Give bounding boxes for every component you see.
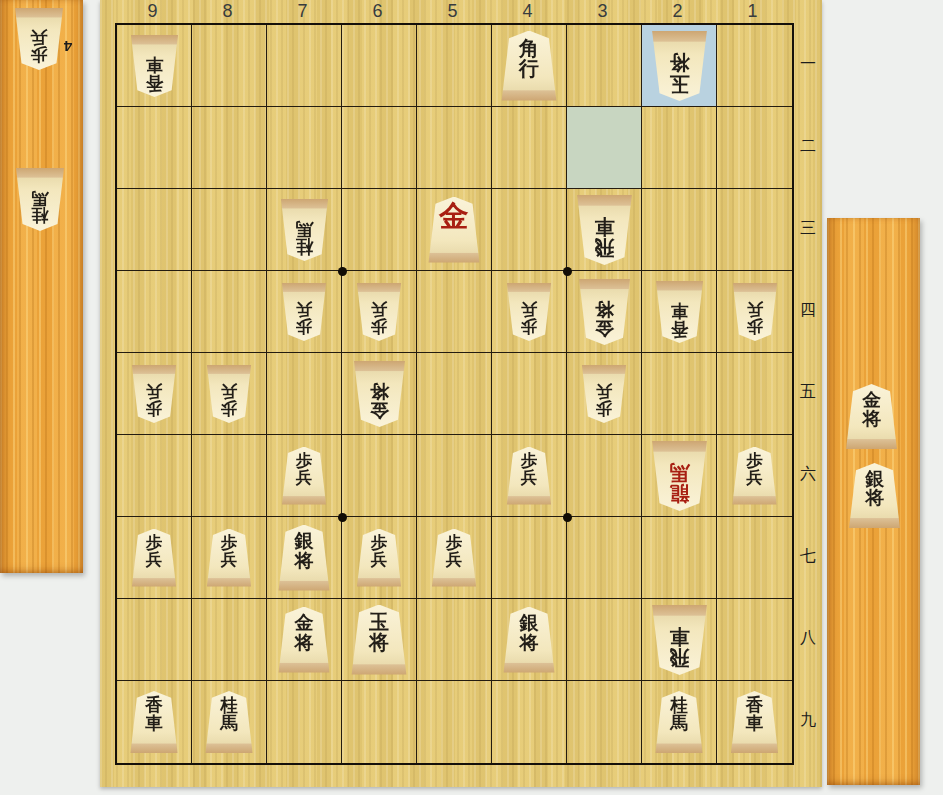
- square-7-3[interactable]: 桂馬: [267, 189, 342, 271]
- square-6-5[interactable]: 金将: [342, 353, 417, 435]
- piece-pawn[interactable]: 歩兵: [356, 283, 402, 341]
- square-7-4[interactable]: 歩兵: [267, 271, 342, 353]
- square-4-9[interactable]: [492, 681, 567, 763]
- rank-label-2: 二: [794, 105, 822, 187]
- rank-label-5: 五: [794, 351, 822, 433]
- square-3-2[interactable]: [567, 107, 642, 189]
- square-4-8[interactable]: 銀将: [492, 599, 567, 681]
- piece-pawn[interactable]: 歩兵: [431, 529, 477, 587]
- square-6-8[interactable]: 玉将: [342, 599, 417, 681]
- square-6-7[interactable]: 歩兵: [342, 517, 417, 599]
- square-5-7[interactable]: 歩兵: [417, 517, 492, 599]
- hand-piece-gold-sente[interactable]: 金将: [845, 384, 898, 449]
- piece-rook[interactable]: 飛車: [651, 605, 708, 675]
- piece-king[interactable]: 玉将: [351, 605, 408, 675]
- square-5-3[interactable]: 金: [417, 189, 492, 271]
- square-2-8[interactable]: 飛車: [642, 599, 717, 681]
- square-4-1[interactable]: 角行: [492, 25, 567, 107]
- piece-pawn[interactable]: 歩兵: [356, 529, 402, 587]
- square-4-4[interactable]: 歩兵: [492, 271, 567, 353]
- piece-gold[interactable]: 金将: [578, 279, 631, 345]
- piece-pawn[interactable]: 歩兵: [732, 283, 778, 341]
- file-label-3: 3: [565, 1, 640, 21]
- square-8-8[interactable]: [192, 599, 267, 681]
- square-5-9[interactable]: [417, 681, 492, 763]
- square-2-5[interactable]: [642, 353, 717, 435]
- hand-count-pawn: 4: [64, 38, 72, 55]
- square-9-3[interactable]: [117, 189, 192, 271]
- piece-lance[interactable]: 香車: [655, 281, 704, 343]
- app-background: 歩兵4桂馬 987654321 一二三四五六七八九 香車角行玉将桂馬金飛車歩兵歩…: [0, 0, 943, 795]
- star-point: [563, 513, 572, 522]
- square-4-6[interactable]: 歩兵: [492, 435, 567, 517]
- piece-knight[interactable]: 桂馬: [280, 199, 329, 261]
- square-2-6[interactable]: 龍馬: [642, 435, 717, 517]
- square-8-5[interactable]: 歩兵: [192, 353, 267, 435]
- square-7-1[interactable]: [267, 25, 342, 107]
- square-1-6[interactable]: 歩兵: [717, 435, 792, 517]
- square-9-5[interactable]: 歩兵: [117, 353, 192, 435]
- square-4-5[interactable]: [492, 353, 567, 435]
- square-8-4[interactable]: [192, 271, 267, 353]
- piece-lance[interactable]: 香車: [730, 691, 779, 753]
- star-point: [563, 267, 572, 276]
- square-9-7[interactable]: 歩兵: [117, 517, 192, 599]
- square-7-2[interactable]: [267, 107, 342, 189]
- file-label-4: 4: [490, 1, 565, 21]
- gote-captured-stand: 歩兵4桂馬: [0, 0, 83, 573]
- piece-promoted-bishop[interactable]: 龍馬: [651, 441, 708, 511]
- piece-pawn[interactable]: 歩兵: [506, 447, 552, 505]
- square-4-7[interactable]: [492, 517, 567, 599]
- rank-label-7: 七: [794, 515, 822, 597]
- hand-piece-knight-gote[interactable]: 桂馬: [15, 168, 65, 231]
- piece-pawn[interactable]: 歩兵: [281, 283, 327, 341]
- square-3-3[interactable]: 飛車: [567, 189, 642, 271]
- piece-knight[interactable]: 桂馬: [205, 691, 254, 753]
- square-9-9[interactable]: 香車: [117, 681, 192, 763]
- square-9-1[interactable]: 香車: [117, 25, 192, 107]
- rank-label-9: 九: [794, 679, 822, 761]
- file-label-5: 5: [415, 1, 490, 21]
- square-7-5[interactable]: [267, 353, 342, 435]
- shogi-board: 987654321 一二三四五六七八九 香車角行玉将桂馬金飛車歩兵歩兵歩兵金将香…: [100, 0, 822, 787]
- square-1-1[interactable]: [717, 25, 792, 107]
- square-7-9[interactable]: [267, 681, 342, 763]
- square-7-6[interactable]: 歩兵: [267, 435, 342, 517]
- square-3-6[interactable]: [567, 435, 642, 517]
- sente-captured-stand: 金将銀将: [827, 218, 920, 785]
- star-point: [338, 267, 347, 276]
- piece-pawn[interactable]: 歩兵: [281, 447, 327, 505]
- square-1-9[interactable]: 香車: [717, 681, 792, 763]
- square-4-2[interactable]: [492, 107, 567, 189]
- square-9-8[interactable]: [117, 599, 192, 681]
- square-3-4[interactable]: 金将: [567, 271, 642, 353]
- piece-knight[interactable]: 桂馬: [655, 691, 704, 753]
- piece-pawn[interactable]: 歩兵: [732, 447, 778, 505]
- square-5-1[interactable]: [417, 25, 492, 107]
- square-9-2[interactable]: [117, 107, 192, 189]
- piece-pawn[interactable]: 歩兵: [206, 365, 252, 423]
- rank-label-1: 一: [794, 23, 822, 105]
- piece-pawn[interactable]: 歩兵: [131, 365, 177, 423]
- rank-label-8: 八: [794, 597, 822, 679]
- piece-gold[interactable]: 金将: [278, 607, 331, 673]
- piece-rook[interactable]: 飛車: [576, 195, 633, 265]
- file-label-8: 8: [190, 1, 265, 21]
- piece-pawn[interactable]: 歩兵: [581, 365, 627, 423]
- square-2-9[interactable]: 桂馬: [642, 681, 717, 763]
- square-6-9[interactable]: [342, 681, 417, 763]
- square-7-7[interactable]: 銀将: [267, 517, 342, 599]
- square-3-8[interactable]: [567, 599, 642, 681]
- square-5-6[interactable]: [417, 435, 492, 517]
- square-8-2[interactable]: [192, 107, 267, 189]
- square-5-2[interactable]: [417, 107, 492, 189]
- square-3-9[interactable]: [567, 681, 642, 763]
- hand-piece-silver-sente[interactable]: 銀将: [848, 463, 901, 528]
- square-5-5[interactable]: [417, 353, 492, 435]
- square-3-5[interactable]: 歩兵: [567, 353, 642, 435]
- file-label-6: 6: [340, 1, 415, 21]
- square-9-4[interactable]: [117, 271, 192, 353]
- square-1-8[interactable]: [717, 599, 792, 681]
- square-1-3[interactable]: [717, 189, 792, 271]
- square-7-8[interactable]: 金将: [267, 599, 342, 681]
- square-4-3[interactable]: [492, 189, 567, 271]
- square-2-2[interactable]: [642, 107, 717, 189]
- square-6-2[interactable]: [342, 107, 417, 189]
- file-label-7: 7: [265, 1, 340, 21]
- square-1-2[interactable]: [717, 107, 792, 189]
- square-1-5[interactable]: [717, 353, 792, 435]
- square-8-3[interactable]: [192, 189, 267, 271]
- square-5-4[interactable]: [417, 271, 492, 353]
- file-label-1: 1: [715, 1, 790, 21]
- piece-pawn[interactable]: 歩兵: [506, 283, 552, 341]
- square-3-1[interactable]: [567, 25, 642, 107]
- hand-piece-pawn-gote[interactable]: 歩兵: [14, 8, 64, 70]
- file-label-9: 9: [115, 1, 190, 21]
- square-2-1[interactable]: 玉将: [642, 25, 717, 107]
- square-2-3[interactable]: [642, 189, 717, 271]
- piece-gold[interactable]: 金将: [353, 361, 406, 427]
- board-grid: 香車角行玉将桂馬金飛車歩兵歩兵歩兵金将香車歩兵歩兵歩兵金将歩兵歩兵歩兵龍馬歩兵歩…: [115, 23, 794, 765]
- square-6-3[interactable]: [342, 189, 417, 271]
- square-8-6[interactable]: [192, 435, 267, 517]
- square-3-7[interactable]: [567, 517, 642, 599]
- piece-lance[interactable]: 香車: [130, 691, 179, 753]
- square-1-7[interactable]: [717, 517, 792, 599]
- piece-pawn[interactable]: 歩兵: [206, 529, 252, 587]
- piece-silver[interactable]: 銀将: [503, 607, 556, 673]
- square-5-8[interactable]: [417, 599, 492, 681]
- piece-bishop[interactable]: 角行: [501, 31, 558, 101]
- piece-promoted-silver[interactable]: 金: [428, 197, 481, 263]
- piece-lance[interactable]: 香車: [130, 35, 179, 97]
- star-point: [338, 513, 347, 522]
- piece-silver[interactable]: 銀将: [278, 525, 331, 591]
- square-6-6[interactable]: [342, 435, 417, 517]
- square-6-1[interactable]: [342, 25, 417, 107]
- piece-pawn[interactable]: 歩兵: [131, 529, 177, 587]
- rank-label-6: 六: [794, 433, 822, 515]
- square-2-4[interactable]: 香車: [642, 271, 717, 353]
- square-1-4[interactable]: 歩兵: [717, 271, 792, 353]
- rank-label-3: 三: [794, 187, 822, 269]
- square-8-7[interactable]: 歩兵: [192, 517, 267, 599]
- square-8-9[interactable]: 桂馬: [192, 681, 267, 763]
- square-2-7[interactable]: [642, 517, 717, 599]
- square-9-6[interactable]: [117, 435, 192, 517]
- file-label-2: 2: [640, 1, 715, 21]
- rank-label-4: 四: [794, 269, 822, 351]
- square-6-4[interactable]: 歩兵: [342, 271, 417, 353]
- square-8-1[interactable]: [192, 25, 267, 107]
- piece-king[interactable]: 玉将: [651, 31, 708, 101]
